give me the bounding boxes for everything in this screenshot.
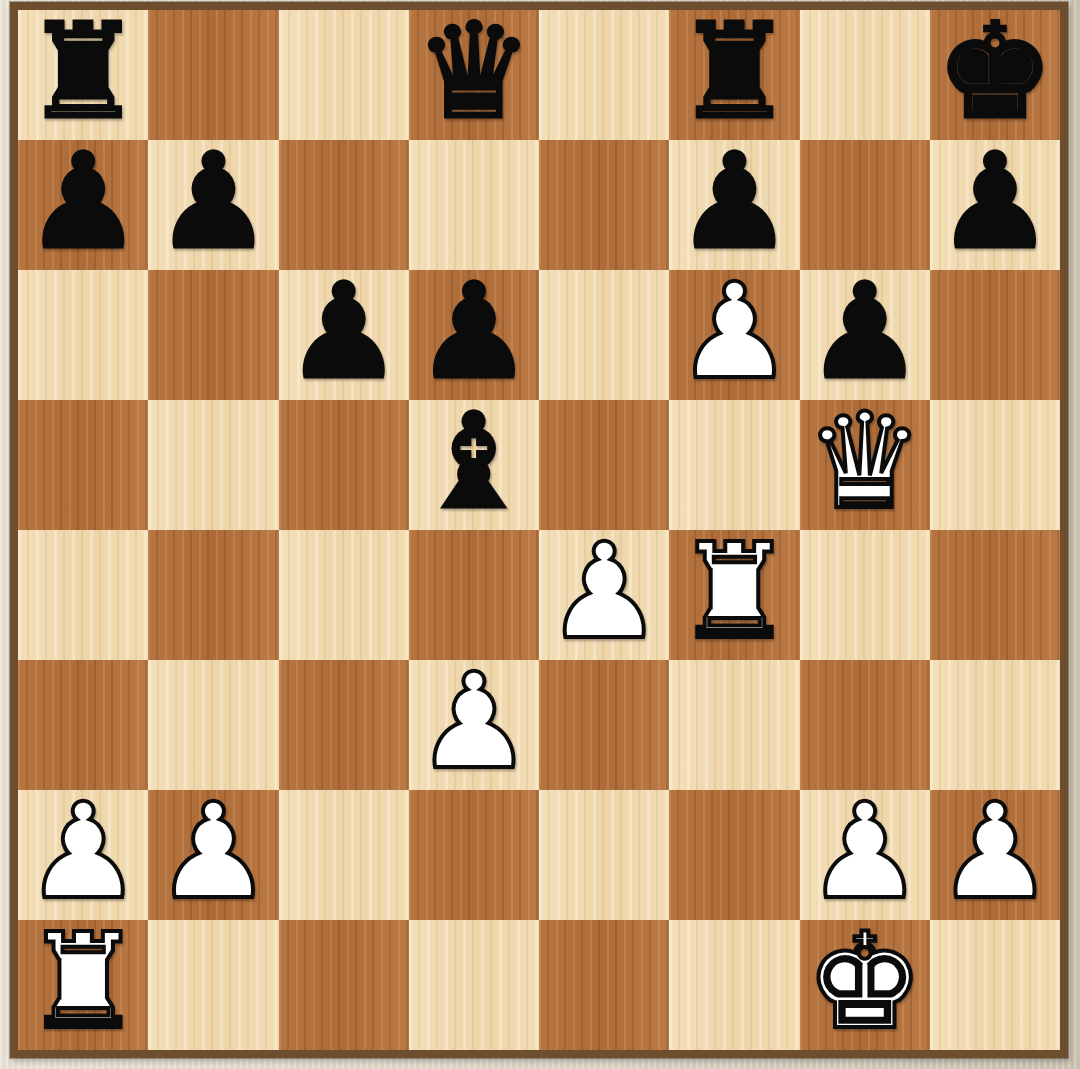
square-d6[interactable]: ♟ xyxy=(409,270,539,400)
square-a7[interactable]: ♟ xyxy=(18,140,148,270)
square-a8[interactable]: ♜ xyxy=(18,10,148,140)
square-c1[interactable] xyxy=(279,920,409,1050)
square-f6[interactable]: ♟ xyxy=(669,270,799,400)
square-d2[interactable] xyxy=(409,790,539,920)
square-c8[interactable] xyxy=(279,10,409,140)
square-f4[interactable]: ♜ xyxy=(669,530,799,660)
black-bishop[interactable]: ♝ xyxy=(415,396,533,526)
square-e7[interactable] xyxy=(539,140,669,270)
white-pawn[interactable]: ♟ xyxy=(24,786,142,916)
white-queen[interactable]: ♛ xyxy=(805,396,923,526)
white-pawn[interactable]: ♟ xyxy=(805,786,923,916)
black-rook[interactable]: ♜ xyxy=(675,6,793,136)
square-c3[interactable] xyxy=(279,660,409,790)
square-h2[interactable]: ♟ xyxy=(930,790,1060,920)
square-f1[interactable] xyxy=(669,920,799,1050)
square-b6[interactable] xyxy=(148,270,278,400)
square-e3[interactable] xyxy=(539,660,669,790)
square-b1[interactable] xyxy=(148,920,278,1050)
square-d5[interactable]: ♝ xyxy=(409,400,539,530)
white-king[interactable]: ♚ xyxy=(805,916,923,1046)
white-pawn[interactable]: ♟ xyxy=(154,786,272,916)
square-a1[interactable]: ♜ xyxy=(18,920,148,1050)
square-d4[interactable] xyxy=(409,530,539,660)
square-g1[interactable]: ♚ xyxy=(800,920,930,1050)
square-b3[interactable] xyxy=(148,660,278,790)
white-pawn[interactable]: ♟ xyxy=(936,786,1054,916)
square-a6[interactable] xyxy=(18,270,148,400)
square-f3[interactable] xyxy=(669,660,799,790)
square-e1[interactable] xyxy=(539,920,669,1050)
square-d7[interactable] xyxy=(409,140,539,270)
white-pawn[interactable]: ♟ xyxy=(675,266,793,396)
square-b5[interactable] xyxy=(148,400,278,530)
black-pawn[interactable]: ♟ xyxy=(675,136,793,266)
square-c7[interactable] xyxy=(279,140,409,270)
square-c5[interactable] xyxy=(279,400,409,530)
black-pawn[interactable]: ♟ xyxy=(284,266,402,396)
square-e5[interactable] xyxy=(539,400,669,530)
black-pawn[interactable]: ♟ xyxy=(936,136,1054,266)
square-d1[interactable] xyxy=(409,920,539,1050)
square-f8[interactable]: ♜ xyxy=(669,10,799,140)
square-h8[interactable]: ♚ xyxy=(930,10,1060,140)
chess-board-frame: ♜♛♜♚♟♟♟♟♟♟♟♟♝♛♟♜♟♟♟♟♟♜♚ xyxy=(10,2,1068,1058)
square-f5[interactable] xyxy=(669,400,799,530)
black-queen[interactable]: ♛ xyxy=(415,6,533,136)
square-g6[interactable]: ♟ xyxy=(800,270,930,400)
square-h6[interactable] xyxy=(930,270,1060,400)
square-c6[interactable]: ♟ xyxy=(279,270,409,400)
square-h4[interactable] xyxy=(930,530,1060,660)
black-pawn[interactable]: ♟ xyxy=(154,136,272,266)
black-pawn[interactable]: ♟ xyxy=(24,136,142,266)
square-f2[interactable] xyxy=(669,790,799,920)
square-d3[interactable]: ♟ xyxy=(409,660,539,790)
square-e2[interactable] xyxy=(539,790,669,920)
chess-board[interactable]: ♜♛♜♚♟♟♟♟♟♟♟♟♝♛♟♜♟♟♟♟♟♜♚ xyxy=(18,10,1060,1050)
square-c2[interactable] xyxy=(279,790,409,920)
square-h3[interactable] xyxy=(930,660,1060,790)
square-c4[interactable] xyxy=(279,530,409,660)
square-g7[interactable] xyxy=(800,140,930,270)
square-a2[interactable]: ♟ xyxy=(18,790,148,920)
square-h1[interactable] xyxy=(930,920,1060,1050)
square-e6[interactable] xyxy=(539,270,669,400)
square-b2[interactable]: ♟ xyxy=(148,790,278,920)
square-h7[interactable]: ♟ xyxy=(930,140,1060,270)
square-g2[interactable]: ♟ xyxy=(800,790,930,920)
square-e8[interactable] xyxy=(539,10,669,140)
square-b8[interactable] xyxy=(148,10,278,140)
square-a5[interactable] xyxy=(18,400,148,530)
white-pawn[interactable]: ♟ xyxy=(415,656,533,786)
white-pawn[interactable]: ♟ xyxy=(545,526,663,656)
square-g8[interactable] xyxy=(800,10,930,140)
black-king[interactable]: ♚ xyxy=(936,6,1054,136)
square-g3[interactable] xyxy=(800,660,930,790)
square-a4[interactable] xyxy=(18,530,148,660)
black-rook[interactable]: ♜ xyxy=(24,6,142,136)
square-g4[interactable] xyxy=(800,530,930,660)
square-b7[interactable]: ♟ xyxy=(148,140,278,270)
black-pawn[interactable]: ♟ xyxy=(805,266,923,396)
square-a3[interactable] xyxy=(18,660,148,790)
white-rook[interactable]: ♜ xyxy=(675,526,793,656)
black-pawn[interactable]: ♟ xyxy=(415,266,533,396)
square-h5[interactable] xyxy=(930,400,1060,530)
square-f7[interactable]: ♟ xyxy=(669,140,799,270)
page-background: { "game": "chess", "position": { "fen": … xyxy=(0,0,1080,1069)
square-b4[interactable] xyxy=(148,530,278,660)
square-g5[interactable]: ♛ xyxy=(800,400,930,530)
white-rook[interactable]: ♜ xyxy=(24,916,142,1046)
square-d8[interactable]: ♛ xyxy=(409,10,539,140)
square-e4[interactable]: ♟ xyxy=(539,530,669,660)
